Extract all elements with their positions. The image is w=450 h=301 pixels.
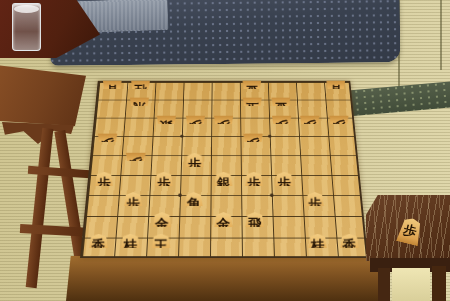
piece-gote-歩-5c[interactable]: 歩 [214, 115, 235, 137]
square-7c[interactable]: 銀 [152, 117, 181, 135]
right-piece-stand-leg [378, 268, 390, 301]
square-2g[interactable]: 歩 [299, 193, 331, 213]
square-4i[interactable] [240, 235, 272, 257]
square-4d[interactable]: 歩 [238, 135, 267, 154]
square-9i[interactable]: 香 [82, 235, 115, 257]
piece-sente-歩-3f[interactable]: 歩 [273, 172, 295, 195]
piece-sente-桂-8i[interactable]: 桂 [119, 234, 142, 258]
square-7e[interactable] [150, 154, 180, 173]
square-2e[interactable] [297, 154, 328, 173]
piece-gote-香-1a[interactable]: 香 [325, 80, 345, 101]
square-9g[interactable] [86, 193, 118, 213]
piece-sente-飛-4h[interactable]: 飛 [244, 212, 266, 235]
square-1h[interactable] [331, 213, 364, 234]
piece-sente-王-7i[interactable]: 王 [150, 234, 173, 258]
square-2h[interactable] [300, 213, 332, 234]
square-5e[interactable] [209, 154, 239, 173]
piece-gote-歩-4d[interactable]: 歩 [242, 134, 263, 156]
square-9d[interactable]: 歩 [92, 135, 123, 154]
square-2c[interactable]: 歩 [295, 117, 325, 135]
square-3h[interactable] [270, 213, 302, 234]
piece-sente-桂-2i[interactable]: 桂 [306, 234, 329, 258]
square-9e[interactable] [90, 154, 121, 173]
square-4g[interactable] [239, 193, 270, 213]
square-3g[interactable] [269, 193, 300, 213]
piece-sente-歩-7f[interactable]: 歩 [153, 172, 175, 195]
piece-sente-金-5h[interactable]: 金 [213, 212, 235, 235]
piece-sente-歩-8g[interactable]: 歩 [122, 192, 144, 215]
square-6i[interactable] [177, 235, 209, 257]
square-8f[interactable] [119, 173, 150, 193]
square-3e[interactable] [268, 154, 298, 173]
square-2d[interactable] [296, 135, 326, 154]
square-7d[interactable] [151, 135, 181, 154]
square-8g[interactable]: 歩 [117, 193, 149, 213]
square-6a[interactable] [182, 82, 210, 99]
square-2b[interactable] [294, 99, 323, 117]
square-9b[interactable] [96, 99, 126, 117]
piece-sente-歩-9f[interactable]: 歩 [93, 172, 115, 195]
shogi-board-surface: 香桂金香飛玉金銀歩歩歩歩歩歩歩歩歩歩歩銀歩歩歩角歩金金飛香桂王桂香 [80, 81, 368, 258]
piece-gote-銀-7c[interactable]: 銀 [156, 115, 177, 137]
square-5c[interactable]: 歩 [210, 117, 239, 135]
square-6d[interactable] [180, 135, 209, 154]
square-2f[interactable] [298, 173, 329, 193]
board-grid: 香桂金香飛玉金銀歩歩歩歩歩歩歩歩歩歩歩銀歩歩歩角歩金金飛香桂王桂香 [82, 82, 366, 256]
square-5h[interactable]: 金 [208, 213, 239, 234]
tatami-seam [440, 0, 442, 70]
square-4c[interactable] [238, 117, 267, 135]
piece-gote-飛-8b[interactable]: 飛 [129, 98, 150, 119]
square-8e[interactable]: 歩 [120, 154, 151, 173]
shogi-board-front-face [66, 256, 382, 301]
square-7f[interactable]: 歩 [149, 173, 180, 193]
square-3b[interactable]: 金 [266, 99, 295, 117]
piece-gote-歩-8e[interactable]: 歩 [125, 153, 147, 175]
square-6c[interactable]: 歩 [181, 117, 210, 135]
piece-gote-歩-9d[interactable]: 歩 [97, 134, 118, 156]
square-4a[interactable]: 金 [238, 82, 266, 99]
piece-gote-歩-6c[interactable]: 歩 [185, 115, 206, 137]
piece-sente-角-6g[interactable]: 角 [183, 192, 205, 215]
piece-sente-歩-2g[interactable]: 歩 [304, 192, 326, 215]
piece-sente-香-9i[interactable]: 香 [87, 234, 110, 258]
square-5a[interactable] [210, 82, 238, 99]
piece-sente-銀-5f[interactable]: 銀 [213, 172, 235, 195]
square-5f[interactable]: 銀 [209, 173, 239, 193]
water-glass [12, 3, 41, 51]
piece-gote-玉-4b[interactable]: 玉 [242, 98, 263, 119]
square-8c[interactable] [123, 117, 153, 135]
square-8b[interactable]: 飛 [124, 99, 153, 117]
square-6g[interactable]: 角 [178, 193, 209, 213]
square-1a[interactable]: 香 [321, 82, 350, 99]
square-7i[interactable]: 王 [145, 235, 177, 257]
square-9c[interactable] [94, 117, 124, 135]
square-5i[interactable] [208, 235, 240, 257]
square-3c[interactable]: 歩 [267, 117, 296, 135]
square-5d[interactable] [209, 135, 238, 154]
square-3f[interactable]: 歩 [269, 173, 300, 193]
square-1b[interactable] [322, 99, 352, 117]
piece-gote-歩-2c[interactable]: 歩 [299, 115, 320, 137]
square-3i[interactable] [271, 235, 303, 257]
square-7g[interactable] [148, 193, 179, 213]
square-4f[interactable]: 歩 [239, 173, 269, 193]
square-1e[interactable] [326, 154, 357, 173]
square-7a[interactable] [154, 82, 183, 99]
square-8h[interactable] [115, 213, 147, 234]
right-piece-stand-leg [432, 266, 446, 301]
square-8d[interactable] [122, 135, 152, 154]
square-4h[interactable]: 飛 [239, 213, 270, 234]
piece-gote-香-9a[interactable]: 香 [102, 80, 122, 101]
square-7h[interactable]: 金 [146, 213, 178, 234]
square-5g[interactable] [209, 193, 240, 213]
square-1d[interactable] [325, 135, 356, 154]
shogi-board: 香桂金香飛玉金銀歩歩歩歩歩歩歩歩歩歩歩銀歩歩歩角歩金金飛香桂王桂香 [80, 33, 368, 258]
square-2a[interactable] [293, 82, 322, 99]
piece-sente-歩-6e[interactable]: 歩 [184, 153, 206, 175]
piece-sente-歩-4f[interactable]: 歩 [243, 172, 265, 195]
square-6f[interactable] [179, 173, 209, 193]
square-9h[interactable] [84, 213, 117, 234]
square-4b[interactable]: 玉 [238, 99, 267, 117]
square-8a[interactable]: 桂 [126, 82, 155, 99]
square-7b[interactable] [153, 99, 182, 117]
square-4e[interactable] [239, 154, 269, 173]
square-8i[interactable]: 桂 [114, 235, 147, 257]
square-5b[interactable] [210, 99, 238, 117]
square-2i[interactable]: 桂 [302, 235, 335, 257]
square-6b[interactable] [181, 99, 210, 117]
piece-sente-金-7h[interactable]: 金 [151, 212, 174, 235]
photo-shogi-game-scene: { "game": "shogi", "scene_description": … [0, 0, 450, 301]
square-3d[interactable] [267, 135, 297, 154]
square-1i[interactable]: 香 [333, 235, 366, 257]
square-1c[interactable]: 歩 [324, 117, 354, 135]
square-1g[interactable] [329, 193, 361, 213]
square-3a[interactable] [266, 82, 295, 99]
piece-sente-香-1i[interactable]: 香 [338, 234, 361, 258]
square-9a[interactable]: 香 [98, 82, 127, 99]
square-1f[interactable] [328, 173, 360, 193]
piece-gote-歩-3c[interactable]: 歩 [271, 115, 292, 137]
piece-gote-歩-1c[interactable]: 歩 [328, 115, 349, 137]
square-9f[interactable]: 歩 [88, 173, 120, 193]
tatami-under-right-stand [392, 268, 430, 301]
square-6e[interactable]: 歩 [179, 154, 209, 173]
square-6h[interactable] [177, 213, 208, 234]
